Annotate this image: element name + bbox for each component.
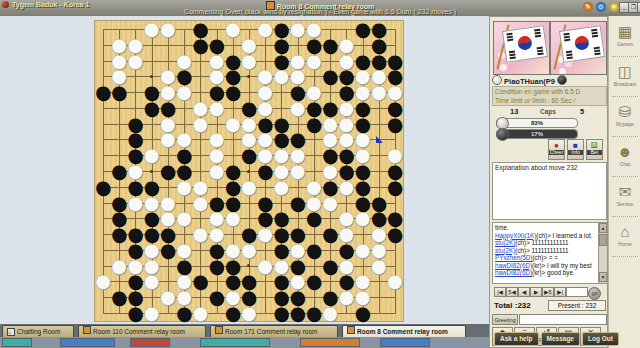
white-stone[interactable]: ●	[240, 179, 257, 195]
taskbar-window-button[interactable]	[60, 338, 115, 347]
tab-room-110-comment-relay-room[interactable]: Room 110 Comment relay room	[78, 325, 206, 337]
paint-icon[interactable]: ✎	[583, 2, 593, 12]
white-stone[interactable]: ●	[192, 305, 209, 321]
move-explanation-box: Explanation about move 232	[492, 162, 607, 220]
white-stone[interactable]: ●	[370, 258, 387, 274]
greeting-input[interactable]	[519, 314, 607, 325]
chat-line: stu(2K)(ch)> 111111111111	[495, 239, 604, 247]
white-stone[interactable]: ●	[273, 68, 290, 84]
white-stone[interactable]: ●	[143, 21, 160, 37]
white-stone[interactable]: ●	[240, 53, 257, 69]
white-stone[interactable]: ●	[338, 179, 355, 195]
log-out-button[interactable]: Log Out	[582, 332, 619, 346]
chat-username[interactable]: HappyXiXi(1K)	[495, 232, 536, 239]
black-stone[interactable]: ●	[257, 163, 274, 179]
white-stone[interactable]: ●	[176, 179, 193, 195]
toolbar-item-home[interactable]: ⌂Home	[612, 222, 638, 256]
nav-button[interactable]: ◀	[518, 287, 530, 297]
black-stone[interactable]: ●	[354, 21, 371, 37]
chat-username[interactable]: stu(2K)	[495, 247, 515, 254]
white-stone[interactable]: ●	[95, 273, 112, 289]
white-stone[interactable]: ●	[289, 100, 306, 116]
black-stone[interactable]: ●	[224, 84, 241, 100]
black-stone[interactable]: ●	[240, 147, 257, 163]
white-stone[interactable]: ●	[338, 289, 355, 305]
white-stone[interactable]: ●	[289, 21, 306, 37]
time-limit-line: Time limit ur 0min : 60 Sec /	[495, 96, 606, 105]
captures-label: Caps	[540, 108, 556, 115]
white-stone[interactable]: ●	[208, 163, 225, 179]
black-stone[interactable]: ●	[111, 226, 128, 242]
white-stone[interactable]: ●	[192, 226, 209, 242]
white-stone[interactable]: ●	[240, 242, 257, 258]
chat-username[interactable]: stu(2K)	[495, 239, 515, 246]
black-stone[interactable]: ●	[322, 226, 339, 242]
home-icon: ⌂	[612, 222, 638, 242]
nav-button[interactable]: ▶5	[542, 287, 554, 297]
white-stone[interactable]: ●	[240, 305, 257, 321]
board-area: ●●●●●●●●●●●●●●●●●●●●●●●●●●●●●●●●●●●●●●●●…	[0, 16, 489, 324]
white-stone[interactable]: ●	[208, 100, 225, 116]
ask-a-help-button[interactable]: Ask a help	[494, 332, 539, 346]
board-icon	[83, 326, 91, 334]
black-percent-slider[interactable]: 17%	[496, 129, 578, 139]
black-stone[interactable]: ●	[305, 210, 322, 226]
taskbar-window-button[interactable]	[380, 338, 430, 347]
black-stone[interactable]: ●	[305, 116, 322, 132]
white-stone[interactable]: ●	[354, 210, 371, 226]
black-stone[interactable]: ●	[192, 37, 209, 53]
black-stone[interactable]: ●	[143, 100, 160, 116]
white-stone[interactable]: ●	[354, 242, 371, 258]
black-stone[interactable]: ●	[273, 305, 290, 321]
white-stone[interactable]: ●	[159, 21, 176, 37]
white-stone[interactable]: ●	[257, 21, 274, 37]
chat-line: PYxzhen(5D)(ch)> = =	[495, 254, 604, 262]
black-stone[interactable]: ●	[386, 116, 403, 132]
white-stone[interactable]: ●	[143, 273, 160, 289]
nav-button[interactable]: ▶	[530, 287, 542, 297]
white-captures-count: 13	[510, 107, 518, 116]
board-icon	[215, 326, 223, 334]
black-player-flag	[550, 21, 607, 75]
toolbar-item-broadcast[interactable]: ◫Broadcast	[612, 62, 638, 96]
bet-button[interactable]: ⚄Bet	[586, 139, 603, 160]
nav-button[interactable]: ▶|	[554, 287, 566, 297]
white-stone[interactable]: ●	[192, 116, 209, 132]
white-stone[interactable]: ●	[111, 258, 128, 274]
chat-scrollbar[interactable]: ▲▼	[598, 223, 607, 283]
toolbar-separator	[612, 96, 638, 97]
info-button[interactable]: ■Info	[567, 139, 584, 160]
board-icon	[347, 326, 355, 334]
white-stone[interactable]: ●	[192, 195, 209, 211]
white-percent-slider[interactable]: 83%	[496, 118, 578, 128]
total-moves: Total :232	[494, 301, 531, 310]
white-stone[interactable]: ●	[143, 147, 160, 163]
black-stone[interactable]: ●	[176, 305, 193, 321]
white-stone[interactable]: ●	[159, 131, 176, 147]
chat-line: hawDI82(6D)(kr)> I will try my best	[495, 262, 604, 270]
white-stone[interactable]: ●	[305, 53, 322, 69]
present-move-box: Present : 232	[548, 300, 606, 311]
taskbar-window-button[interactable]	[130, 338, 170, 347]
chat-line: time.	[495, 224, 604, 232]
bottom-right-buttons: Ask a helpMessageLog Out	[494, 332, 640, 346]
black-stone[interactable]: ●	[159, 242, 176, 258]
black-stone[interactable]: ●	[322, 68, 339, 84]
chat-icon: ☻	[612, 142, 638, 162]
chat-username[interactable]: hawDI82(6D)	[495, 269, 532, 276]
search-icon[interactable]: ⊙	[596, 2, 606, 12]
message-button[interactable]: Message	[541, 332, 580, 346]
black-stone-icon	[557, 75, 567, 85]
tab-room-8-comment-relay-room[interactable]: Room 8 Comment relay room	[342, 325, 466, 337]
black-stone[interactable]: ●	[305, 242, 322, 258]
white-stone[interactable]: ●	[143, 305, 160, 321]
tab-chatting-room[interactable]: ⌂Chatting Room	[2, 325, 74, 337]
white-stone[interactable]: ●	[273, 179, 290, 195]
toolbar-item-games[interactable]: ▦Games	[612, 22, 638, 56]
white-stone[interactable]: ●	[224, 116, 241, 132]
go-button[interactable]: go	[588, 287, 601, 300]
scroll-thumb[interactable]	[599, 234, 607, 246]
black-stone[interactable]: ●	[386, 226, 403, 242]
chat-line: hawDI82(6D)(kr)> good bye.	[495, 269, 604, 277]
service-icon: ✉	[612, 182, 638, 202]
tab-room-171-comment-relay-room[interactable]: Room 171 Comment relay room	[210, 325, 338, 337]
broadcast-icon: ◫	[612, 62, 638, 82]
black-stone[interactable]: ●	[322, 37, 339, 53]
white-stone[interactable]: ●	[370, 84, 387, 100]
home-icon: ⌂	[7, 328, 15, 336]
greeting-button[interactable]: Greeting	[492, 314, 518, 325]
black-stone[interactable]: ●	[127, 305, 144, 321]
nav-button[interactable]: 5◀	[506, 287, 518, 297]
toolbar-item-chat[interactable]: ☻Chat	[612, 142, 638, 176]
white-stone[interactable]: ●	[257, 258, 274, 274]
nav-button[interactable]: |◀	[494, 287, 506, 297]
mypage-icon: ⛁	[612, 102, 638, 122]
toolbar-item-mypage[interactable]: ⛁Mypage	[612, 102, 638, 136]
title-bar: Tygem Baduk - Korea 1 Room 8 Comment rel…	[0, 0, 640, 17]
toolbar-separator	[612, 136, 638, 137]
chat-username[interactable]: PYxzhen(5D)	[495, 254, 532, 261]
slider-knob[interactable]	[496, 128, 509, 141]
black-stone[interactable]: ●	[305, 273, 322, 289]
white-stone[interactable]: ●	[127, 53, 144, 69]
black-stone[interactable]: ●	[208, 289, 225, 305]
condition-line: Condition en game with 6.5 D	[495, 87, 606, 96]
cheer-button[interactable]: ●Cheer	[548, 139, 565, 160]
player-names-row: PiaoTHuan(P9 KimHwoo(P7D)	[492, 75, 607, 85]
scroll-down-icon[interactable]: ▼	[599, 272, 607, 282]
black-stone[interactable]: ●	[289, 195, 306, 211]
white-stone[interactable]: ●	[176, 210, 193, 226]
star-point	[150, 75, 153, 78]
chat-username[interactable]: hawDI82(6D)	[495, 262, 532, 269]
black-stone[interactable]: ●	[208, 258, 225, 274]
korea-flag-icon	[559, 25, 605, 63]
white-stone[interactable]: ●	[322, 305, 339, 321]
os-taskbar[interactable]	[0, 337, 489, 348]
black-stone[interactable]: ●	[322, 258, 339, 274]
go-board[interactable]: ●●●●●●●●●●●●●●●●●●●●●●●●●●●●●●●●●●●●●●●●…	[95, 21, 403, 321]
white-stone[interactable]: ●	[289, 163, 306, 179]
black-stone[interactable]: ●	[95, 179, 112, 195]
korea-flag-icon	[502, 25, 548, 63]
last-move-marker	[376, 136, 383, 143]
move-number-input[interactable]	[566, 287, 588, 297]
white-stone[interactable]: ●	[322, 195, 339, 211]
captures-row: 13 Caps 5	[492, 107, 607, 116]
black-stone[interactable]: ●	[111, 84, 128, 100]
game-result-subtitle: Commenting Over( black wins by resignati…	[0, 8, 640, 15]
taskbar-window-button[interactable]	[2, 338, 32, 347]
black-stone[interactable]: ●	[305, 305, 322, 321]
white-stone-icon	[492, 75, 502, 85]
white-stone[interactable]: ●	[386, 273, 403, 289]
chat-line: stu(2K)(ch)> 111111111111	[495, 247, 604, 255]
toolbar-separator	[612, 216, 638, 217]
game-info-panel: PiaoTHuan(P9 KimHwoo(P7D) Condition en g…	[489, 16, 608, 348]
toolbar-separator	[612, 256, 638, 257]
greeting-row: Greeting	[492, 314, 607, 326]
condition-panel: Condition en game with 6.5 D Time limit …	[492, 86, 607, 106]
taskbar-window-button[interactable]	[300, 338, 360, 347]
star-point	[150, 170, 153, 173]
white-stone[interactable]: ●	[176, 84, 193, 100]
taskbar-window-button[interactable]	[200, 338, 270, 347]
black-captures-count: 5	[580, 107, 584, 116]
white-stone[interactable]: ●	[224, 210, 241, 226]
white-stone[interactable]: ●	[224, 21, 241, 37]
scroll-up-icon[interactable]: ▲	[599, 223, 607, 233]
black-stone[interactable]: ●	[159, 163, 176, 179]
toolbar-item-service[interactable]: ✉Service	[612, 182, 638, 216]
white-stone[interactable]: ●	[159, 289, 176, 305]
move-totals: Total :232 Present : 232	[494, 301, 606, 313]
black-stone[interactable]: ●	[289, 305, 306, 321]
room-tabs-bar: ⌂Chatting RoomRoom 110 Comment relay roo…	[0, 324, 489, 337]
white-stone[interactable]: ●	[127, 195, 144, 211]
chat-line: HappyXiXi(1K)(ch)> I learned a lot.	[495, 232, 604, 240]
main-toolbar: ▦Games◫Broadcast⛁Mypage☻Chat✉Service⌂Hom…	[608, 16, 640, 348]
toolbar-separator	[612, 56, 638, 57]
white-player-name: PiaoTHuan(P9	[504, 77, 555, 86]
white-player-flag	[493, 21, 550, 75]
black-stone[interactable]: ●	[95, 84, 112, 100]
black-stone[interactable]: ●	[111, 163, 128, 179]
white-stone[interactable]: ●	[257, 226, 274, 242]
black-stone[interactable]: ●	[224, 305, 241, 321]
games-icon: ▦	[612, 22, 638, 42]
black-stone[interactable]: ●	[386, 179, 403, 195]
lightbulb-icon[interactable]: ☀	[609, 2, 619, 12]
chat-log[interactable]: time.HappyXiXi(1K)(ch)> I learned a lot.…	[492, 222, 607, 284]
black-stone[interactable]: ●	[192, 273, 209, 289]
black-stone[interactable]: ●	[354, 305, 371, 321]
black-stone[interactable]: ●	[111, 289, 128, 305]
move-navigation: |◀5◀◀▶▶5▶|go	[494, 287, 606, 299]
toolbar-separator	[612, 176, 638, 177]
